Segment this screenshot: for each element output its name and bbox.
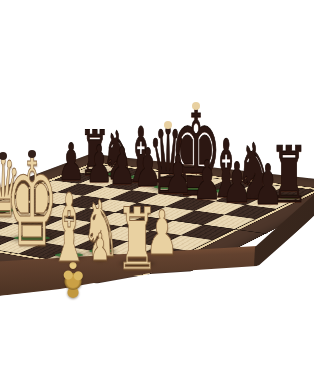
chess-set-photo: ♜♞♝♛♚♝♞♜♟♟♟♟♟♟♟♟♛♚♝♞♜♟♟ <box>0 0 314 369</box>
piece-finial-accent <box>28 150 36 158</box>
chess-piece-white-pawn[interactable]: ♟ <box>90 229 110 267</box>
chess-piece-black-pawn[interactable]: ♟ <box>192 154 221 208</box>
chess-piece-white-rook[interactable]: ♜ <box>116 196 158 282</box>
chess-piece-black-pawn[interactable]: ♟ <box>253 157 283 213</box>
chess-piece-white-bishop[interactable]: ♝ <box>50 181 89 275</box>
piece-finial-accent <box>192 102 200 110</box>
chess-piece-black-pawn[interactable]: ♟ <box>164 149 192 202</box>
chess-piece-black-pawn[interactable]: ♟ <box>222 155 252 211</box>
